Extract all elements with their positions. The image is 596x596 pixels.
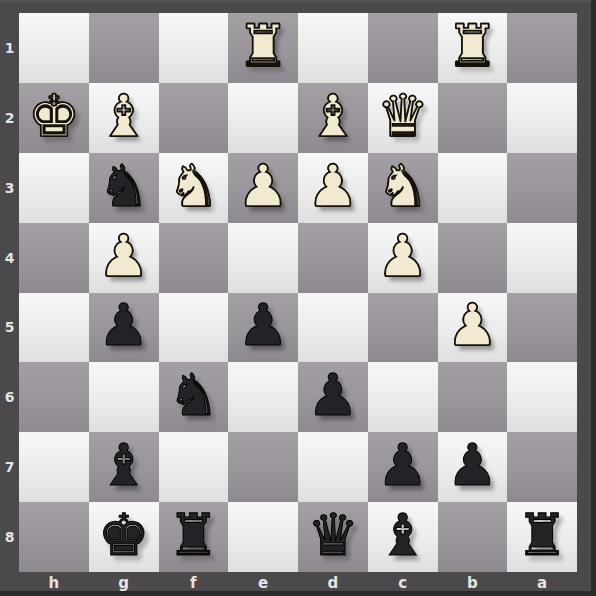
square-d8[interactable]: ♛ xyxy=(298,502,368,572)
white-rook-b1[interactable]: ♜ xyxy=(446,17,498,75)
square-f7[interactable] xyxy=(159,432,229,502)
black-queen-d8[interactable]: ♛ xyxy=(307,506,359,564)
file-label-a: a xyxy=(507,572,577,596)
square-f8[interactable]: ♜ xyxy=(159,502,229,572)
square-b1[interactable]: ♜ xyxy=(438,13,508,83)
file-label-d: d xyxy=(298,572,368,596)
square-g5[interactable]: ♟ xyxy=(89,293,159,363)
rank-label-5: 5 xyxy=(0,293,19,363)
square-h5[interactable] xyxy=(19,293,89,363)
black-knight-f6[interactable]: ♞ xyxy=(167,366,219,424)
square-c2[interactable]: ♛ xyxy=(368,83,438,153)
square-d3[interactable]: ♟ xyxy=(298,153,368,223)
square-d6[interactable]: ♟ xyxy=(298,362,368,432)
square-a4[interactable] xyxy=(507,223,577,293)
square-h7[interactable] xyxy=(19,432,89,502)
square-c4[interactable]: ♟ xyxy=(368,223,438,293)
black-rook-f8[interactable]: ♜ xyxy=(167,506,219,564)
square-e7[interactable] xyxy=(228,432,298,502)
square-e5[interactable]: ♟ xyxy=(228,293,298,363)
square-e1[interactable]: ♜ xyxy=(228,13,298,83)
square-h6[interactable] xyxy=(19,362,89,432)
black-pawn-d6[interactable]: ♟ xyxy=(307,366,359,424)
square-c6[interactable] xyxy=(368,362,438,432)
square-e3[interactable]: ♟ xyxy=(228,153,298,223)
square-g1[interactable] xyxy=(89,13,159,83)
square-a5[interactable] xyxy=(507,293,577,363)
white-knight-c3[interactable]: ♞ xyxy=(377,157,429,215)
black-pawn-g5[interactable]: ♟ xyxy=(98,296,150,354)
white-king-h2[interactable]: ♚ xyxy=(28,87,80,145)
square-a3[interactable] xyxy=(507,153,577,223)
black-bishop-c8[interactable]: ♝ xyxy=(377,506,429,564)
square-d2[interactable]: ♝ xyxy=(298,83,368,153)
black-bishop-g7[interactable]: ♝ xyxy=(98,436,150,494)
file-label-c: c xyxy=(368,572,438,596)
square-g8[interactable]: ♚ xyxy=(89,502,159,572)
rank-label-1: 1 xyxy=(0,13,19,83)
black-knight-g3[interactable]: ♞ xyxy=(98,157,150,215)
file-label-f: f xyxy=(159,572,229,596)
black-pawn-c7[interactable]: ♟ xyxy=(377,436,429,494)
square-e6[interactable] xyxy=(228,362,298,432)
square-b2[interactable] xyxy=(438,83,508,153)
square-f6[interactable]: ♞ xyxy=(159,362,229,432)
white-pawn-b5[interactable]: ♟ xyxy=(446,296,498,354)
rank-label-7: 7 xyxy=(0,432,19,502)
square-g6[interactable] xyxy=(89,362,159,432)
white-pawn-g4[interactable]: ♟ xyxy=(98,227,150,285)
square-a2[interactable] xyxy=(507,83,577,153)
square-g4[interactable]: ♟ xyxy=(89,223,159,293)
square-b3[interactable] xyxy=(438,153,508,223)
white-knight-f3[interactable]: ♞ xyxy=(167,157,219,215)
black-pawn-e5[interactable]: ♟ xyxy=(237,296,289,354)
square-a8[interactable]: ♜ xyxy=(507,502,577,572)
square-c8[interactable]: ♝ xyxy=(368,502,438,572)
square-b4[interactable] xyxy=(438,223,508,293)
square-b8[interactable] xyxy=(438,502,508,572)
square-d4[interactable] xyxy=(298,223,368,293)
white-pawn-e3[interactable]: ♟ xyxy=(237,157,289,215)
square-f1[interactable] xyxy=(159,13,229,83)
square-f2[interactable] xyxy=(159,83,229,153)
square-e2[interactable] xyxy=(228,83,298,153)
square-h8[interactable] xyxy=(19,502,89,572)
square-d1[interactable] xyxy=(298,13,368,83)
square-h4[interactable] xyxy=(19,223,89,293)
square-e8[interactable] xyxy=(228,502,298,572)
square-h2[interactable]: ♚ xyxy=(19,83,89,153)
square-b7[interactable]: ♟ xyxy=(438,432,508,502)
square-g3[interactable]: ♞ xyxy=(89,153,159,223)
white-bishop-g2[interactable]: ♝ xyxy=(98,87,150,145)
rank-label-2: 2 xyxy=(0,83,19,153)
square-f5[interactable] xyxy=(159,293,229,363)
rank-label-6: 6 xyxy=(0,362,19,432)
square-h3[interactable] xyxy=(19,153,89,223)
white-pawn-c4[interactable]: ♟ xyxy=(377,227,429,285)
chess-board[interactable]: ♜♜♚♝♝♛♞♞♟♟♞♟♟♟♟♟♞♟♝♟♟♚♜♛♝♜ xyxy=(19,13,577,572)
square-e4[interactable] xyxy=(228,223,298,293)
square-g2[interactable]: ♝ xyxy=(89,83,159,153)
square-a6[interactable] xyxy=(507,362,577,432)
white-bishop-d2[interactable]: ♝ xyxy=(307,87,359,145)
square-b6[interactable] xyxy=(438,362,508,432)
square-d5[interactable] xyxy=(298,293,368,363)
rank-label-8: 8 xyxy=(0,502,19,572)
square-c5[interactable] xyxy=(368,293,438,363)
white-queen-c2[interactable]: ♛ xyxy=(377,87,429,145)
black-rook-a8[interactable]: ♜ xyxy=(516,506,568,564)
white-pawn-d3[interactable]: ♟ xyxy=(307,157,359,215)
black-pawn-b7[interactable]: ♟ xyxy=(446,436,498,494)
rank-labels: 12345678 xyxy=(0,13,19,572)
square-a7[interactable] xyxy=(507,432,577,502)
file-label-e: e xyxy=(228,572,298,596)
file-label-g: g xyxy=(89,572,159,596)
square-d7[interactable] xyxy=(298,432,368,502)
square-f3[interactable]: ♞ xyxy=(159,153,229,223)
rank-label-4: 4 xyxy=(0,223,19,293)
file-label-b: b xyxy=(438,572,508,596)
square-h1[interactable] xyxy=(19,13,89,83)
chess-app: 12345678 ♜♜♚♝♝♛♞♞♟♟♞♟♟♟♟♟♞♟♝♟♟♚♜♛♝♜ hgfe… xyxy=(0,0,596,596)
square-a1[interactable] xyxy=(507,13,577,83)
rank-label-3: 3 xyxy=(0,153,19,223)
file-label-h: h xyxy=(19,572,89,596)
white-rook-e1[interactable]: ♜ xyxy=(237,17,289,75)
square-c3[interactable]: ♞ xyxy=(368,153,438,223)
square-g7[interactable]: ♝ xyxy=(89,432,159,502)
square-c1[interactable] xyxy=(368,13,438,83)
black-king-g8[interactable]: ♚ xyxy=(98,506,150,564)
square-c7[interactable]: ♟ xyxy=(368,432,438,502)
square-b5[interactable]: ♟ xyxy=(438,293,508,363)
square-f4[interactable] xyxy=(159,223,229,293)
file-labels: hgfedcba xyxy=(19,572,577,596)
